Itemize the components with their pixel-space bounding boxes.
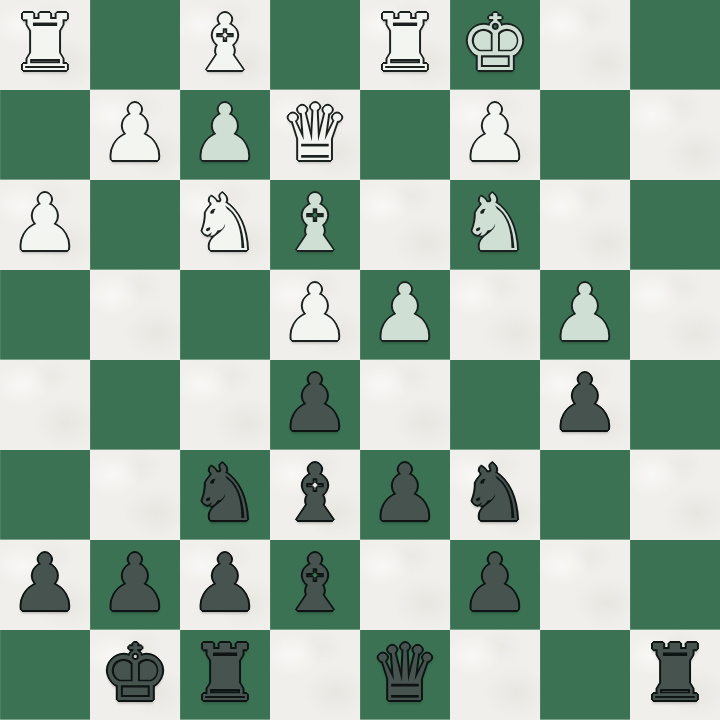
white-knight-c3: ♞ bbox=[460, 180, 530, 268]
black-pawn-g7: ♟ bbox=[100, 540, 170, 628]
square-f3[interactable]: ♞ bbox=[180, 180, 270, 270]
square-c5[interactable] bbox=[450, 360, 540, 450]
square-f6[interactable]: ♞ bbox=[180, 450, 270, 540]
black-pawn-f7: ♟ bbox=[190, 540, 260, 628]
square-h4[interactable] bbox=[0, 270, 90, 360]
square-g6[interactable] bbox=[90, 450, 180, 540]
white-bishop-e3: ♝ bbox=[280, 180, 350, 268]
square-d1[interactable]: ♜ bbox=[360, 0, 450, 90]
square-b2[interactable] bbox=[540, 90, 630, 180]
white-pawn-c2: ♟ bbox=[460, 90, 530, 178]
square-f5[interactable] bbox=[180, 360, 270, 450]
square-e4[interactable]: ♟ bbox=[270, 270, 360, 360]
square-b1[interactable] bbox=[540, 0, 630, 90]
square-d5[interactable] bbox=[360, 360, 450, 450]
square-g3[interactable] bbox=[90, 180, 180, 270]
black-pawn-d6: ♟ bbox=[370, 450, 440, 538]
square-f2[interactable]: ♟ bbox=[180, 90, 270, 180]
square-a1[interactable] bbox=[630, 0, 720, 90]
square-f8[interactable]: ♜ bbox=[180, 630, 270, 720]
square-c6[interactable]: ♞ bbox=[450, 450, 540, 540]
square-a8[interactable]: ♜ bbox=[630, 630, 720, 720]
square-d7[interactable] bbox=[360, 540, 450, 630]
white-pawn-g2: ♟ bbox=[100, 90, 170, 178]
square-g5[interactable] bbox=[90, 360, 180, 450]
square-h5[interactable] bbox=[0, 360, 90, 450]
black-bishop-e7: ♝ bbox=[280, 540, 350, 628]
black-bishop-e6: ♝ bbox=[280, 450, 350, 538]
square-c3[interactable]: ♞ bbox=[450, 180, 540, 270]
square-e7[interactable]: ♝ bbox=[270, 540, 360, 630]
square-h3[interactable]: ♟ bbox=[0, 180, 90, 270]
square-g7[interactable]: ♟ bbox=[90, 540, 180, 630]
black-rook-f8: ♜ bbox=[190, 630, 260, 718]
black-pawn-e5: ♟ bbox=[280, 360, 350, 448]
square-e6[interactable]: ♝ bbox=[270, 450, 360, 540]
white-pawn-e4: ♟ bbox=[280, 270, 350, 358]
square-d2[interactable] bbox=[360, 90, 450, 180]
square-e3[interactable]: ♝ bbox=[270, 180, 360, 270]
black-pawn-c7: ♟ bbox=[460, 540, 530, 628]
square-g8[interactable]: ♚ bbox=[90, 630, 180, 720]
square-h6[interactable] bbox=[0, 450, 90, 540]
square-b4[interactable]: ♟ bbox=[540, 270, 630, 360]
black-knight-f6: ♞ bbox=[190, 450, 260, 538]
square-b8[interactable] bbox=[540, 630, 630, 720]
square-e1[interactable] bbox=[270, 0, 360, 90]
white-bishop-f1: ♝ bbox=[190, 0, 260, 88]
square-c8[interactable] bbox=[450, 630, 540, 720]
square-b5[interactable]: ♟ bbox=[540, 360, 630, 450]
black-pawn-b5: ♟ bbox=[550, 360, 620, 448]
square-d3[interactable] bbox=[360, 180, 450, 270]
square-h1[interactable]: ♜ bbox=[0, 0, 90, 90]
square-h8[interactable] bbox=[0, 630, 90, 720]
square-g2[interactable]: ♟ bbox=[90, 90, 180, 180]
white-knight-f3: ♞ bbox=[190, 180, 260, 268]
square-b7[interactable] bbox=[540, 540, 630, 630]
white-queen-e2: ♛ bbox=[280, 90, 350, 178]
black-rook-a8: ♜ bbox=[640, 630, 710, 718]
square-a3[interactable] bbox=[630, 180, 720, 270]
square-f4[interactable] bbox=[180, 270, 270, 360]
square-a6[interactable] bbox=[630, 450, 720, 540]
white-rook-h1: ♜ bbox=[10, 0, 80, 88]
square-e5[interactable]: ♟ bbox=[270, 360, 360, 450]
white-pawn-h3: ♟ bbox=[10, 180, 80, 268]
square-h2[interactable] bbox=[0, 90, 90, 180]
white-king-c1: ♚ bbox=[460, 0, 530, 88]
square-g1[interactable] bbox=[90, 0, 180, 90]
square-c1[interactable]: ♚ bbox=[450, 0, 540, 90]
square-c4[interactable] bbox=[450, 270, 540, 360]
black-king-g8: ♚ bbox=[100, 630, 170, 718]
square-a4[interactable] bbox=[630, 270, 720, 360]
white-rook-d1: ♜ bbox=[370, 0, 440, 88]
square-d4[interactable]: ♟ bbox=[360, 270, 450, 360]
square-a5[interactable] bbox=[630, 360, 720, 450]
square-h7[interactable]: ♟ bbox=[0, 540, 90, 630]
white-pawn-f2: ♟ bbox=[190, 90, 260, 178]
white-pawn-d4: ♟ bbox=[370, 270, 440, 358]
black-queen-d8: ♛ bbox=[370, 630, 440, 718]
square-e2[interactable]: ♛ bbox=[270, 90, 360, 180]
square-f1[interactable]: ♝ bbox=[180, 0, 270, 90]
black-knight-c6: ♞ bbox=[460, 450, 530, 538]
square-b3[interactable] bbox=[540, 180, 630, 270]
chess-board: ♜♝♜♚♟♟♛♟♟♞♝♞♟♟♟♟♟♞♝♟♞♟♟♟♝♟♚♜♛♜ bbox=[0, 0, 720, 720]
square-e8[interactable] bbox=[270, 630, 360, 720]
square-a2[interactable] bbox=[630, 90, 720, 180]
square-d6[interactable]: ♟ bbox=[360, 450, 450, 540]
white-pawn-b4: ♟ bbox=[550, 270, 620, 358]
square-a7[interactable] bbox=[630, 540, 720, 630]
black-pawn-h7: ♟ bbox=[10, 540, 80, 628]
square-d8[interactable]: ♛ bbox=[360, 630, 450, 720]
square-g4[interactable] bbox=[90, 270, 180, 360]
square-b6[interactable] bbox=[540, 450, 630, 540]
square-c2[interactable]: ♟ bbox=[450, 90, 540, 180]
square-f7[interactable]: ♟ bbox=[180, 540, 270, 630]
square-c7[interactable]: ♟ bbox=[450, 540, 540, 630]
